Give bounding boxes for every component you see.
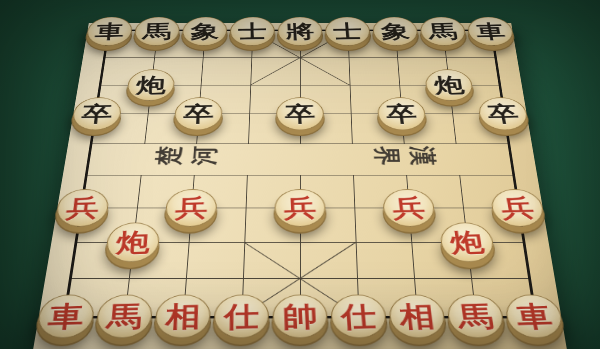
piece-glyph: 卒 [385,103,418,125]
piece-glyph: 車 [47,302,85,331]
piece-glyph: 馬 [427,22,459,41]
piece-glyph: 兵 [65,195,100,220]
piece-glyph: 炮 [433,75,466,96]
piece-glyph: 象 [380,22,411,41]
piece-glyph: 車 [474,22,506,41]
piece-glyph: 兵 [175,195,208,220]
piece-glyph: 卒 [183,103,214,125]
piece-glyph: 車 [94,22,124,41]
piece-glyph: 帥 [282,302,318,331]
piece-glyph: 馬 [106,302,143,331]
piece-glyph: 炮 [448,229,485,255]
xiangqi-board[interactable]: 楚河 漢界 車馬象士將士象馬車炮炮卒卒卒卒卒兵兵兵兵兵炮炮車馬相仕帥仕相馬車 [32,23,568,349]
piece-glyph: 馬 [456,302,495,331]
piece-glyph: 仕 [340,302,377,331]
piece-glyph: 卒 [81,103,114,125]
piece-glyph: 兵 [499,195,536,220]
piece-glyph: 炮 [135,75,166,96]
piece-glyph: 相 [165,302,201,331]
piece-glyph: 卒 [486,103,521,125]
piece-glyph: 將 [285,22,315,41]
piece-glyph: 炮 [115,229,150,255]
piece-glyph: 仕 [224,302,259,331]
river-character: 楚 [154,146,183,165]
piece-black-elephant[interactable]: 象 [372,17,419,46]
piece-glyph: 車 [514,302,554,331]
river-character: 漢 [408,146,437,165]
piece-glyph: 士 [333,22,363,41]
river-character: 界 [373,146,401,165]
river-label-han-jie: 漢界 [373,146,437,165]
piece-red-advisor[interactable]: 仕 [331,295,387,339]
piece-glyph: 士 [238,22,267,41]
piece-glyph: 象 [190,22,219,41]
piece-black-advisor[interactable]: 士 [325,17,371,46]
piece-black-general[interactable]: 將 [278,17,323,46]
piece-glyph: 相 [398,302,436,331]
piece-glyph: 卒 [284,103,315,125]
piece-red-general[interactable]: 帥 [272,295,327,339]
piece-red-soldier[interactable]: 兵 [274,189,325,227]
piece-black-soldier[interactable]: 卒 [276,97,324,130]
table-felt: 楚河 漢界 車馬象士將士象馬車炮炮卒卒卒卒卒兵兵兵兵兵炮炮車馬相仕帥仕相馬車 [0,0,600,349]
piece-glyph: 兵 [391,195,427,220]
river-character: 河 [190,146,218,165]
piece-glyph: 兵 [283,195,317,220]
river-label-chu-he: 楚河 [154,146,218,165]
piece-glyph: 馬 [142,22,172,41]
